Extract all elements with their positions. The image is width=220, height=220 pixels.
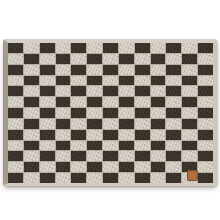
board-cell-r1c12 xyxy=(182,43,197,53)
board-cell-r12c5 xyxy=(71,162,86,172)
board-cell-r6c6 xyxy=(87,97,102,107)
board-cell-r7c13 xyxy=(198,108,213,118)
board-cell-r5c1 xyxy=(8,86,23,96)
board-cell-r2c8 xyxy=(119,54,134,64)
board-cell-r8c13 xyxy=(198,119,213,129)
board-cell-r1c2 xyxy=(24,43,39,53)
board-cell-r12c3 xyxy=(40,162,55,172)
board-cell-r3c11 xyxy=(166,65,181,75)
board-cell-r1c7 xyxy=(103,43,118,53)
board-cell-r12c4 xyxy=(56,162,71,172)
board-cell-r1c13 xyxy=(198,43,213,53)
board-cell-r10c1 xyxy=(8,141,23,151)
product-photo-background xyxy=(0,0,220,220)
board-cell-r12c1 xyxy=(8,162,23,172)
board-cell-r11c13 xyxy=(198,151,213,161)
board-cell-r6c12 xyxy=(182,97,197,107)
board-cell-r6c11 xyxy=(166,97,181,107)
board-cell-r10c6 xyxy=(87,141,102,151)
board-cell-r13c2 xyxy=(24,173,39,183)
board-cell-r3c2 xyxy=(24,65,39,75)
board-cell-r6c3 xyxy=(40,97,55,107)
board-cell-r12c11 xyxy=(166,162,181,172)
board-cell-r9c13 xyxy=(198,130,213,140)
board-cell-r4c2 xyxy=(24,76,39,86)
board-grid xyxy=(8,43,213,183)
board-cell-r12c13 xyxy=(198,162,213,172)
board-cell-r1c6 xyxy=(87,43,102,53)
board-cell-r13c10 xyxy=(151,173,166,183)
board-cell-r10c4 xyxy=(56,141,71,151)
board-cell-r13c9 xyxy=(135,173,150,183)
board-cell-r9c7 xyxy=(103,130,118,140)
board-cell-r9c1 xyxy=(8,130,23,140)
board-cell-r3c3 xyxy=(40,65,55,75)
board-cell-r2c2 xyxy=(24,54,39,64)
board-cell-r7c7 xyxy=(103,108,118,118)
board-cell-r3c8 xyxy=(119,65,134,75)
board-cell-r3c4 xyxy=(56,65,71,75)
board-cell-r12c9 xyxy=(135,162,150,172)
board-cell-r9c11 xyxy=(166,130,181,140)
board-cell-r13c13 xyxy=(198,173,213,183)
board-cell-r8c5 xyxy=(71,119,86,129)
board-cell-r7c9 xyxy=(135,108,150,118)
board-cell-r10c8 xyxy=(119,141,134,151)
board-cell-r6c8 xyxy=(119,97,134,107)
board-cell-r5c9 xyxy=(135,86,150,96)
board-cell-r7c11 xyxy=(166,108,181,118)
board-cell-r10c10 xyxy=(151,141,166,151)
board-cell-r5c10 xyxy=(151,86,166,96)
board-cell-r11c4 xyxy=(56,151,71,161)
board-cell-r12c8 xyxy=(119,162,134,172)
board-cell-r13c3 xyxy=(40,173,55,183)
board-cell-r3c10 xyxy=(151,65,166,75)
board-cell-r1c1 xyxy=(8,43,23,53)
board-cell-r11c10 xyxy=(151,151,166,161)
board-cell-r10c7 xyxy=(103,141,118,151)
board-cell-r7c10 xyxy=(151,108,166,118)
board-cell-r12c6 xyxy=(87,162,102,172)
board-cell-r3c1 xyxy=(8,65,23,75)
board-cell-r2c11 xyxy=(166,54,181,64)
board-cell-r5c7 xyxy=(103,86,118,96)
board-cell-r9c9 xyxy=(135,130,150,140)
board-cell-r4c12 xyxy=(182,76,197,86)
board-cell-r13c7 xyxy=(103,173,118,183)
board-cell-r8c7 xyxy=(103,119,118,129)
board-cell-r6c10 xyxy=(151,97,166,107)
board-cell-r2c3 xyxy=(40,54,55,64)
board-cell-r9c3 xyxy=(40,130,55,140)
board-cell-r2c7 xyxy=(103,54,118,64)
board-cell-r11c7 xyxy=(103,151,118,161)
board-cell-r7c8 xyxy=(119,108,134,118)
board-cell-r12c10 xyxy=(151,162,166,172)
board-cell-r12c2 xyxy=(24,162,39,172)
board-cell-r4c13 xyxy=(198,76,213,86)
board-cell-r6c7 xyxy=(103,97,118,107)
board-cell-r4c10 xyxy=(151,76,166,86)
board-cell-r4c1 xyxy=(8,76,23,86)
board-cell-r9c12 xyxy=(182,130,197,140)
board-cell-r6c4 xyxy=(56,97,71,107)
board-cell-r8c6 xyxy=(87,119,102,129)
board-cell-r1c8 xyxy=(119,43,134,53)
board-cell-r7c12 xyxy=(182,108,197,118)
board-cell-r9c8 xyxy=(119,130,134,140)
board-cell-r5c2 xyxy=(24,86,39,96)
board-cell-r11c9 xyxy=(135,151,150,161)
board-cell-r5c8 xyxy=(119,86,134,96)
board-cell-r3c13 xyxy=(198,65,213,75)
board-cell-r8c8 xyxy=(119,119,134,129)
board-cell-r10c3 xyxy=(40,141,55,151)
brand-tag xyxy=(187,170,198,181)
board-cell-r5c4 xyxy=(56,86,71,96)
board-cell-r6c1 xyxy=(8,97,23,107)
board-cell-r8c9 xyxy=(135,119,150,129)
board-cell-r13c5 xyxy=(71,173,86,183)
board-cell-r11c6 xyxy=(87,151,102,161)
board-cell-r7c1 xyxy=(8,108,23,118)
board-cell-r5c11 xyxy=(166,86,181,96)
board-cell-r9c4 xyxy=(56,130,71,140)
board-cell-r1c3 xyxy=(40,43,55,53)
board-cell-r8c2 xyxy=(24,119,39,129)
board-cell-r10c2 xyxy=(24,141,39,151)
board-cell-r5c3 xyxy=(40,86,55,96)
board-cell-r13c6 xyxy=(87,173,102,183)
board-cell-r2c12 xyxy=(182,54,197,64)
board-cell-r3c12 xyxy=(182,65,197,75)
board-cell-r6c5 xyxy=(71,97,86,107)
board-cell-r1c4 xyxy=(56,43,71,53)
board-cell-r4c6 xyxy=(87,76,102,86)
board-cell-r5c6 xyxy=(87,86,102,96)
board-cell-r5c13 xyxy=(198,86,213,96)
board-cell-r7c4 xyxy=(56,108,71,118)
board-cell-r10c5 xyxy=(71,141,86,151)
board-cell-r10c11 xyxy=(166,141,181,151)
board-cell-r4c8 xyxy=(119,76,134,86)
board-cell-r1c5 xyxy=(71,43,86,53)
board-cell-r7c2 xyxy=(24,108,39,118)
board-cell-r7c3 xyxy=(40,108,55,118)
board-cell-r5c12 xyxy=(182,86,197,96)
board-cell-r13c11 xyxy=(166,173,181,183)
board-cell-r4c4 xyxy=(56,76,71,86)
board-cell-r9c10 xyxy=(151,130,166,140)
board-cell-r2c6 xyxy=(87,54,102,64)
board-cell-r11c1 xyxy=(8,151,23,161)
board-cell-r2c4 xyxy=(56,54,71,64)
board-cell-r1c9 xyxy=(135,43,150,53)
board-cell-r9c2 xyxy=(24,130,39,140)
board-cell-r4c7 xyxy=(103,76,118,86)
board-cell-r3c5 xyxy=(71,65,86,75)
board-cell-r2c1 xyxy=(8,54,23,64)
board-cell-r6c9 xyxy=(135,97,150,107)
board-cell-r1c11 xyxy=(166,43,181,53)
board-cell-r8c10 xyxy=(151,119,166,129)
board-cell-r4c9 xyxy=(135,76,150,86)
board-cell-r2c10 xyxy=(151,54,166,64)
board-cell-r8c1 xyxy=(8,119,23,129)
board-cell-r11c5 xyxy=(71,151,86,161)
board-cell-r4c3 xyxy=(40,76,55,86)
board-cell-r8c3 xyxy=(40,119,55,129)
board-cell-r5c5 xyxy=(71,86,86,96)
board-cell-r1c10 xyxy=(151,43,166,53)
board-cell-r2c5 xyxy=(71,54,86,64)
board-cell-r7c5 xyxy=(71,108,86,118)
board-cell-r3c9 xyxy=(135,65,150,75)
checkerboard-rug xyxy=(3,39,217,186)
board-cell-r4c11 xyxy=(166,76,181,86)
board-cell-r11c11 xyxy=(166,151,181,161)
board-cell-r8c11 xyxy=(166,119,181,129)
board-cell-r11c3 xyxy=(40,151,55,161)
board-cell-r3c7 xyxy=(103,65,118,75)
board-cell-r10c12 xyxy=(182,141,197,151)
board-cell-r12c7 xyxy=(103,162,118,172)
board-cell-r2c13 xyxy=(198,54,213,64)
board-cell-r11c2 xyxy=(24,151,39,161)
board-cell-r13c8 xyxy=(119,173,134,183)
board-cell-r2c9 xyxy=(135,54,150,64)
board-cell-r6c2 xyxy=(24,97,39,107)
board-cell-r7c6 xyxy=(87,108,102,118)
board-cell-r13c4 xyxy=(56,173,71,183)
board-cell-r11c8 xyxy=(119,151,134,161)
board-cell-r8c4 xyxy=(56,119,71,129)
board-cell-r11c12 xyxy=(182,151,197,161)
board-cell-r10c13 xyxy=(198,141,213,151)
board-cell-r9c6 xyxy=(87,130,102,140)
board-cell-r10c9 xyxy=(135,141,150,151)
board-cell-r6c13 xyxy=(198,97,213,107)
board-cell-r9c5 xyxy=(71,130,86,140)
board-cell-r13c1 xyxy=(8,173,23,183)
board-cell-r3c6 xyxy=(87,65,102,75)
board-cell-r4c5 xyxy=(71,76,86,86)
board-cell-r8c12 xyxy=(182,119,197,129)
